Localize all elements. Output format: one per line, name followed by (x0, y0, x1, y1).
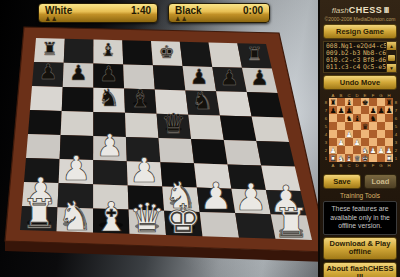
piece-black-q-e5[interactable]: ♛ (161, 108, 186, 139)
mini-rank-label: 2 (395, 148, 398, 153)
square-g8[interactable] (209, 43, 243, 68)
piece-black-p-a7[interactable]: ♟ (39, 60, 58, 84)
scroll-up-button[interactable]: ▲ (387, 42, 396, 50)
mini-rank-label: 3 (325, 140, 328, 145)
white-clock-time: 1:40 (131, 5, 151, 16)
mini-piece: ♟ (338, 106, 345, 115)
move-rows: 008.Ng1-e2Qd4-c5009.b2-b3Nb8-c6010.c2-c3… (324, 42, 386, 72)
piece-black-p-f7[interactable]: ♟ (190, 65, 209, 89)
mini-square-g6 (377, 114, 385, 122)
mini-rank-label: 6 (325, 116, 328, 121)
save-load-row: Save Load (323, 173, 397, 190)
piece-black-p-h7[interactable]: ♟ (250, 66, 269, 90)
mini-rank-label: 1 (325, 156, 328, 161)
mini-file-label: G (379, 93, 383, 98)
mini-square-e4 (361, 130, 369, 138)
mini-square-d5 (353, 122, 361, 130)
square-f5[interactable] (188, 115, 224, 140)
mini-piece: ♝ (354, 114, 361, 123)
mini-piece: ♜ (330, 154, 337, 163)
mini-rank-label: 4 (395, 132, 398, 137)
mini-rank-label: 5 (395, 124, 398, 129)
mini-square-g4 (377, 130, 385, 138)
mini-file-label: F (372, 163, 375, 168)
mini-piece: ♟ (378, 146, 385, 155)
square-h4[interactable] (256, 141, 294, 167)
piece-black-b-c8[interactable]: ♝ (100, 40, 116, 60)
mini-square-b6 (337, 114, 345, 122)
mini-square-h6 (385, 114, 393, 122)
square-e4[interactable] (159, 138, 195, 163)
mini-file-label: A (332, 163, 335, 168)
square-d5[interactable] (125, 113, 159, 138)
mini-piece: ♟ (370, 146, 377, 155)
piece-black-r-a8[interactable]: ♜ (42, 39, 58, 59)
copyright-text: ©2000-2008 MediaDivision.com (323, 16, 397, 22)
piece-black-p-b7[interactable]: ♟ (69, 61, 88, 85)
mini-file-label: H (387, 163, 390, 168)
app-logo: flashCHESS III (323, 3, 397, 16)
piece-white-p-f2[interactable]: ♟ (199, 175, 232, 218)
square-c3[interactable] (93, 160, 128, 185)
mini-square-g5 (377, 122, 385, 130)
piece-black-n-c6[interactable]: ♞ (98, 84, 120, 112)
mini-rank-label: 1 (395, 156, 398, 161)
piece-black-k-e8[interactable]: ♚ (159, 42, 175, 62)
mini-piece: ♟ (386, 106, 393, 115)
mini-piece: ♟ (354, 138, 361, 147)
piece-white-p-g2[interactable]: ♟ (234, 176, 267, 219)
mini-square-h5 (385, 122, 393, 130)
piece-white-p-b3[interactable]: ♟ (61, 149, 91, 188)
black-captured-pieces: ♟♟ (175, 16, 263, 21)
move-number: 011. (326, 64, 341, 71)
about-flashchess-button[interactable]: About flashCHESS III (323, 262, 397, 277)
mini-piece: ♜ (386, 154, 393, 163)
mini-board-wrap: AA88BB77CC66DD55EE44FF33GG22HH11♜♝♚♜♟♟♟♟… (323, 92, 397, 172)
resign-game-button[interactable]: Resign Game (323, 24, 397, 39)
offline-notice: These features are available only in the… (323, 201, 397, 235)
square-g6[interactable] (216, 91, 252, 116)
piece-black-r-h8[interactable]: ♜ (246, 44, 262, 64)
square-f4[interactable] (191, 139, 228, 164)
piece-white-r-a1[interactable]: ♜ (21, 190, 57, 238)
undo-move-button[interactable]: Undo Move (323, 75, 397, 90)
move-row: 011.c3-c4Qc5-e5 (326, 64, 386, 71)
mini-piece: ♚ (362, 154, 369, 163)
mini-rank-label: 5 (325, 124, 328, 129)
move-list: 008.Ng1-e2Qd4-c5009.b2-b3Nb8-c6010.c2-c3… (323, 41, 397, 73)
piece-white-q-d1[interactable]: ♛ (129, 194, 165, 242)
mini-piece: ♟ (338, 138, 345, 147)
mini-square-a5 (329, 122, 337, 130)
download-play-offline-button[interactable]: Download & Play offline (323, 237, 397, 260)
square-a5[interactable] (28, 110, 62, 135)
mini-file-label: E (364, 163, 367, 168)
square-g4[interactable] (224, 140, 261, 165)
mini-piece: ♟ (378, 106, 385, 115)
mini-rank-label: 7 (325, 108, 328, 113)
scrollbar-track[interactable] (387, 50, 396, 64)
mini-piece: ♟ (330, 106, 337, 115)
load-button[interactable]: Load (364, 174, 397, 189)
square-a6[interactable] (30, 86, 63, 111)
square-d8[interactable] (122, 40, 153, 65)
tools-label: Training Tools (323, 192, 397, 199)
mini-rank-label: 2 (325, 148, 328, 153)
square-e7[interactable] (153, 65, 186, 90)
flashchess-app: ♜♝♚♜♟♟♟♟♟♟♞♝♞♛♟♟♟♟♞♟♟♟♜♞♝♛♚♜ White 1:40 … (0, 0, 400, 277)
chess-board-3d[interactable]: ♜♝♚♜♟♟♟♟♟♟♞♝♞♛♟♟♟♟♞♟♟♟♜♞♝♛♚♜ (0, 0, 320, 277)
piece-black-p-g7[interactable]: ♟ (220, 66, 239, 90)
mini-square-f1 (369, 154, 377, 162)
mini-square-c3 (345, 138, 353, 146)
mini-file-label: D (355, 93, 358, 98)
sidebar: flashCHESS III ©2000-2008 MediaDivision.… (318, 0, 400, 277)
piece-white-n-b1[interactable]: ♞ (57, 192, 93, 240)
mini-square-f4 (369, 130, 377, 138)
white-move: c3-c4 (341, 64, 363, 71)
mini-piece: ♟ (346, 130, 353, 139)
mini-rank-label: 8 (325, 100, 328, 105)
mini-file-label: F (372, 93, 375, 98)
white-clock: White 1:40 ♟♟ (38, 3, 158, 23)
square-h5[interactable] (252, 117, 289, 142)
mini-file-label: B (340, 93, 343, 98)
piece-black-b-d6[interactable]: ♝ (129, 85, 151, 113)
mini-file-label: B (340, 163, 343, 168)
black-clock-time: 0:00 (243, 5, 263, 16)
mini-square-a4 (329, 130, 337, 138)
mini-file-label: G (379, 163, 383, 168)
piece-white-p-d3[interactable]: ♟ (129, 151, 159, 190)
scrollbar-thumb[interactable] (388, 55, 395, 61)
mini-square-h4 (385, 130, 393, 138)
save-button[interactable]: Save (323, 174, 361, 189)
mini-piece: ♚ (362, 98, 369, 107)
black-clock: Black 0:00 ♟♟ (168, 3, 270, 23)
board-area: ♜♝♚♜♟♟♟♟♟♟♞♝♞♛♟♟♟♟♞♟♟♟♜♞♝♛♚♜ White 1:40 … (0, 0, 320, 277)
black-move: Qc5-e5 (363, 64, 386, 71)
mini-rank-label: 7 (395, 108, 398, 113)
mini-file-label: C (347, 163, 350, 168)
mini-piece: ♞ (346, 114, 353, 123)
mini-rank-label: 8 (395, 100, 398, 105)
mini-piece: ♞ (338, 154, 345, 163)
piece-white-p-c4[interactable]: ♟ (96, 128, 123, 163)
square-f8[interactable] (180, 42, 213, 67)
mini-piece: ♝ (346, 154, 353, 163)
square-b5[interactable] (61, 111, 94, 136)
square-b6[interactable] (62, 87, 94, 112)
mini-square-a6 (329, 114, 337, 122)
mini-board[interactable]: AA88BB77CC66DD55EE44FF33GG22HH11♜♝♚♜♟♟♟♟… (323, 92, 399, 168)
piece-white-r-h1[interactable]: ♜ (273, 199, 309, 247)
move-list-scrollbar: ▲ ▼ (386, 42, 396, 72)
mini-piece: ♛ (354, 154, 361, 163)
mini-rank-label: 4 (325, 132, 328, 137)
scroll-down-button[interactable]: ▼ (387, 64, 396, 72)
logo-iii: III (382, 5, 388, 15)
mini-square-e7 (361, 106, 369, 114)
piece-white-b-c1[interactable]: ♝ (93, 193, 129, 241)
mini-square-f5 (369, 122, 377, 130)
mini-square-g1 (377, 154, 385, 162)
square-a4[interactable] (26, 134, 61, 159)
square-h6[interactable] (247, 92, 283, 117)
mini-file-label: D (355, 163, 358, 168)
mini-piece: ♛ (362, 122, 369, 131)
square-g5[interactable] (220, 116, 257, 141)
square-b8[interactable] (64, 39, 94, 64)
logo-chess: CHESS (349, 5, 383, 15)
mini-piece: ♞ (370, 114, 377, 123)
piece-black-n-f6[interactable]: ♞ (192, 87, 214, 115)
mini-rank-label: 3 (395, 140, 398, 145)
white-captured-pieces: ♟♟ (45, 16, 151, 21)
mini-square-b5 (337, 122, 345, 130)
logo-flash: flash (332, 6, 349, 15)
mini-rank-label: 6 (395, 116, 398, 121)
piece-white-k-e1[interactable]: ♚ (165, 195, 201, 243)
mini-square-d8 (353, 98, 361, 106)
piece-black-p-c7[interactable]: ♟ (99, 62, 118, 86)
